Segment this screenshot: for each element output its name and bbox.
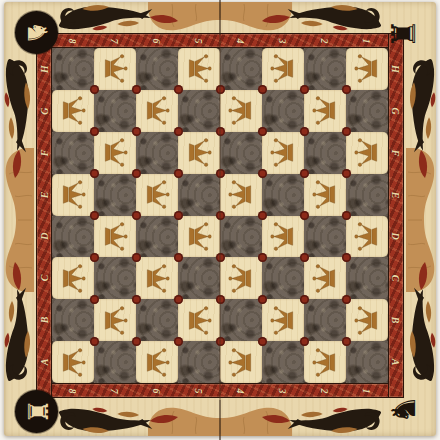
- black-rook-icon: ♜: [389, 18, 422, 48]
- intersection-dot: [132, 295, 141, 304]
- square-h2[interactable]: [304, 48, 346, 90]
- crown-inlay-icon: [142, 266, 172, 291]
- intersection-dot: [90, 127, 99, 136]
- square-e1[interactable]: [346, 174, 388, 216]
- square-a3[interactable]: [262, 341, 304, 383]
- intersection-dot: [342, 169, 351, 178]
- square-c5[interactable]: [178, 257, 220, 299]
- square-e5[interactable]: [178, 174, 220, 216]
- intersection-dot: [132, 211, 141, 220]
- square-f7[interactable]: [94, 132, 136, 174]
- intersection-dot: [90, 337, 99, 346]
- square-g6[interactable]: [136, 90, 178, 132]
- intersection-dot: [258, 337, 267, 346]
- square-c8[interactable]: [52, 257, 94, 299]
- square-b6[interactable]: [136, 299, 178, 341]
- file-label-right: B: [388, 312, 404, 328]
- crown-inlay-icon: [226, 350, 256, 375]
- corner-knight-bottom-right: ♞: [386, 390, 424, 428]
- square-a4[interactable]: [220, 341, 262, 383]
- intersection-dot: [174, 337, 183, 346]
- rank-label-top: 3: [275, 33, 291, 49]
- square-c7[interactable]: [94, 257, 136, 299]
- square-b4[interactable]: [220, 299, 262, 341]
- square-a6[interactable]: [136, 341, 178, 383]
- square-c3[interactable]: [262, 257, 304, 299]
- rank-label-top: 4: [233, 33, 249, 49]
- crown-inlay-icon: [226, 98, 256, 123]
- intersection-dot: [342, 85, 351, 94]
- crown-inlay-icon: [352, 140, 382, 165]
- crown-inlay-icon: [352, 224, 382, 249]
- square-g3[interactable]: [262, 90, 304, 132]
- crown-inlay-icon: [184, 56, 214, 81]
- intersection-dot: [174, 127, 183, 136]
- intersection-dot: [300, 169, 309, 178]
- file-label-right: G: [388, 103, 404, 119]
- crown-inlay-icon: [142, 98, 172, 123]
- intersection-dot: [342, 337, 351, 346]
- file-label-left: C: [36, 270, 52, 286]
- rank-label-top: 6: [149, 33, 165, 49]
- intersection-dot: [300, 253, 309, 262]
- square-g4[interactable]: [220, 90, 262, 132]
- square-f5[interactable]: [178, 132, 220, 174]
- intersection-dot: [258, 211, 267, 220]
- square-b1[interactable]: [346, 299, 388, 341]
- corner-medallion-knight-top-left: ♞: [15, 11, 58, 54]
- crown-inlay-icon: [268, 56, 298, 81]
- rank-label-bottom: 8: [65, 383, 81, 399]
- file-label-left: E: [36, 187, 52, 203]
- intersection-dot: [90, 253, 99, 262]
- square-e7[interactable]: [94, 174, 136, 216]
- intersection-dot: [258, 85, 267, 94]
- square-g8[interactable]: [52, 90, 94, 132]
- white-knight-icon: ♞: [23, 20, 50, 44]
- intersection-dot: [174, 211, 183, 220]
- square-h6[interactable]: [136, 48, 178, 90]
- crown-inlay-icon: [100, 308, 130, 333]
- flourish-bottom-left: [54, 406, 154, 436]
- crown-inlay-icon: [100, 56, 130, 81]
- square-h1[interactable]: [346, 48, 388, 90]
- crown-inlay-icon: [268, 224, 298, 249]
- square-d1[interactable]: [346, 216, 388, 258]
- wood-patch-left: [3, 148, 34, 292]
- intersection-dot: [300, 337, 309, 346]
- crown-inlay-icon: [310, 98, 340, 123]
- square-h8[interactable]: [52, 48, 94, 90]
- square-d8[interactable]: [52, 216, 94, 258]
- square-e8[interactable]: [52, 174, 94, 216]
- intersection-dot: [300, 211, 309, 220]
- file-label-left: H: [36, 61, 52, 77]
- crown-inlay-icon: [310, 350, 340, 375]
- crown-inlay-icon: [142, 182, 172, 207]
- file-label-left: G: [36, 103, 52, 119]
- file-label-left: B: [36, 312, 52, 328]
- square-b3[interactable]: [262, 299, 304, 341]
- intersection-dot: [342, 295, 351, 304]
- intersection-dot: [174, 295, 183, 304]
- square-c2[interactable]: [304, 257, 346, 299]
- intersection-dot: [300, 127, 309, 136]
- rank-label-bottom: 6: [149, 383, 165, 399]
- square-d2[interactable]: [304, 216, 346, 258]
- crown-inlay-icon: [142, 350, 172, 375]
- file-label-left: A: [36, 354, 52, 370]
- intersection-dot: [342, 127, 351, 136]
- wood-patch-right: [406, 148, 437, 292]
- rank-label-bottom: 3: [275, 383, 291, 399]
- rank-label-bottom: 7: [107, 383, 123, 399]
- square-a7[interactable]: [94, 341, 136, 383]
- square-f4[interactable]: [220, 132, 262, 174]
- square-c6[interactable]: [136, 257, 178, 299]
- intersection-dot: [90, 169, 99, 178]
- intersection-dot: [90, 211, 99, 220]
- crown-inlay-icon: [184, 224, 214, 249]
- flourish-bottom-right: [286, 406, 386, 436]
- file-label-right: A: [388, 354, 404, 370]
- square-a5[interactable]: [178, 341, 220, 383]
- rank-label-top: 1: [359, 33, 375, 49]
- crown-inlay-icon: [352, 308, 382, 333]
- square-a1[interactable]: [346, 341, 388, 383]
- square-b5[interactable]: [178, 299, 220, 341]
- crown-inlay-icon: [310, 266, 340, 291]
- square-c1[interactable]: [346, 257, 388, 299]
- intersection-dot: [132, 253, 141, 262]
- intersection-dot: [174, 169, 183, 178]
- crown-inlay-icon: [310, 182, 340, 207]
- flourish-top-left: [54, 2, 154, 32]
- corner-rook-top-right: ♜: [386, 14, 424, 52]
- square-b8[interactable]: [52, 299, 94, 341]
- rank-label-top: 2: [317, 33, 333, 49]
- square-d5[interactable]: [178, 216, 220, 258]
- square-h7[interactable]: [94, 48, 136, 90]
- square-e6[interactable]: [136, 174, 178, 216]
- file-label-right: D: [388, 228, 404, 244]
- flourish-top-right: [286, 2, 386, 32]
- flourish-left-bottom: [3, 286, 33, 386]
- intersection-dot: [258, 295, 267, 304]
- crown-inlay-icon: [226, 266, 256, 291]
- intersection-dot: [90, 295, 99, 304]
- square-h5[interactable]: [178, 48, 220, 90]
- intersection-dot: [300, 295, 309, 304]
- square-b7[interactable]: [94, 299, 136, 341]
- square-f3[interactable]: [262, 132, 304, 174]
- black-knight-icon: ♞: [389, 394, 422, 424]
- crown-inlay-icon: [58, 98, 88, 123]
- white-rook-icon: ♜: [23, 399, 50, 423]
- intersection-dot: [300, 85, 309, 94]
- square-d3[interactable]: [262, 216, 304, 258]
- square-f6[interactable]: [136, 132, 178, 174]
- crown-inlay-icon: [184, 308, 214, 333]
- intersection-dot: [342, 211, 351, 220]
- corner-medallion-rook-bottom-left: ♜: [15, 390, 58, 433]
- square-f2[interactable]: [304, 132, 346, 174]
- crown-inlay-icon: [184, 140, 214, 165]
- file-label-left: D: [36, 228, 52, 244]
- rank-label-bottom: 4: [233, 383, 249, 399]
- intersection-dot: [132, 85, 141, 94]
- square-d4[interactable]: [220, 216, 262, 258]
- square-h3[interactable]: [262, 48, 304, 90]
- square-b2[interactable]: [304, 299, 346, 341]
- square-g1[interactable]: [346, 90, 388, 132]
- square-g2[interactable]: [304, 90, 346, 132]
- file-label-left: F: [36, 145, 52, 161]
- square-g5[interactable]: [178, 90, 220, 132]
- rank-label-top: 5: [191, 33, 207, 49]
- crown-inlay-icon: [268, 140, 298, 165]
- square-h4[interactable]: [220, 48, 262, 90]
- board-frame-left: [36, 33, 52, 398]
- rank-label-bottom: 2: [317, 383, 333, 399]
- intersection-dot: [342, 253, 351, 262]
- crown-inlay-icon: [268, 308, 298, 333]
- square-d7[interactable]: [94, 216, 136, 258]
- intersection-dot: [174, 253, 183, 262]
- flourish-right-top: [407, 54, 437, 154]
- flourish-right-bottom: [407, 286, 437, 386]
- fold-seam: [219, 0, 221, 440]
- intersection-dot: [174, 85, 183, 94]
- square-e2[interactable]: [304, 174, 346, 216]
- intersection-dot: [258, 253, 267, 262]
- intersection-dot: [258, 169, 267, 178]
- crown-inlay-icon: [58, 350, 88, 375]
- file-label-right: H: [388, 61, 404, 77]
- flourish-left-top: [3, 54, 33, 154]
- square-f8[interactable]: [52, 132, 94, 174]
- crown-inlay-icon: [226, 182, 256, 207]
- crown-inlay-icon: [58, 266, 88, 291]
- rank-label-top: 7: [107, 33, 123, 49]
- rank-label-top: 8: [65, 33, 81, 49]
- file-label-right: E: [388, 187, 404, 203]
- intersection-dot: [132, 169, 141, 178]
- crown-inlay-icon: [100, 140, 130, 165]
- file-label-right: F: [388, 145, 404, 161]
- rank-label-bottom: 1: [359, 383, 375, 399]
- intersection-dot: [90, 85, 99, 94]
- crown-inlay-icon: [58, 182, 88, 207]
- file-label-right: C: [388, 270, 404, 286]
- board-frame-right: [388, 33, 404, 398]
- crown-inlay-icon: [352, 56, 382, 81]
- chessboard-photo: ♞ ♜ ♜ ♞ 8765432187654321HGFEDCBAHGFEDCBA: [0, 0, 440, 440]
- square-g7[interactable]: [94, 90, 136, 132]
- rank-label-bottom: 5: [191, 383, 207, 399]
- square-f1[interactable]: [346, 132, 388, 174]
- square-e3[interactable]: [262, 174, 304, 216]
- square-e4[interactable]: [220, 174, 262, 216]
- square-d6[interactable]: [136, 216, 178, 258]
- square-a8[interactable]: [52, 341, 94, 383]
- square-a2[interactable]: [304, 341, 346, 383]
- intersection-dot: [132, 337, 141, 346]
- square-c4[interactable]: [220, 257, 262, 299]
- crown-inlay-icon: [100, 224, 130, 249]
- intersection-dot: [258, 127, 267, 136]
- intersection-dot: [132, 127, 141, 136]
